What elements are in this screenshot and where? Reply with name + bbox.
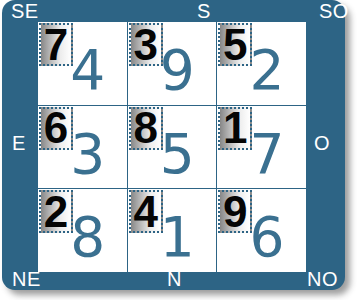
tile-r2c1[interactable]: 6	[39, 107, 73, 150]
tile-r2c2[interactable]: 8	[129, 107, 163, 150]
tile-number: 8	[133, 106, 157, 150]
tile-number: 4	[133, 190, 157, 234]
cell-number-r3c3: 6	[249, 210, 284, 265]
cell-r3c2: 4 1	[128, 189, 217, 272]
cell-number-r1c3: 2	[249, 42, 284, 97]
tile-number: 2	[44, 190, 68, 234]
cell-number-r2c2: 5	[160, 126, 195, 181]
compass-label-e: E	[12, 133, 26, 153]
tile-r1c3[interactable]: 5	[218, 23, 252, 66]
tile-number: 7	[44, 23, 68, 67]
cell-r2c2: 8 5	[128, 106, 217, 189]
cell-r2c1: 6 3	[38, 106, 127, 189]
tile-number: 3	[133, 23, 157, 67]
cell-r3c1: 2 8	[38, 189, 127, 272]
cell-number-r3c2: 1	[160, 210, 195, 265]
cell-r2c3: 1 7	[217, 106, 306, 189]
cell-number-r2c1: 3	[70, 126, 105, 181]
cell-r1c2: 3 9	[128, 22, 217, 105]
cell-r1c3: 5 2	[217, 22, 306, 105]
cell-r1c1: 7 4	[38, 22, 127, 105]
compass-label-ne: NE	[12, 269, 41, 289]
compass-label-n: N	[167, 269, 182, 289]
cell-number-r1c1: 4	[70, 42, 105, 97]
tile-r1c1[interactable]: 7	[39, 23, 73, 66]
cell-r3c3: 9 6	[217, 189, 306, 272]
tile-r3c3[interactable]: 9	[218, 190, 252, 233]
cell-number-r2c3: 7	[249, 126, 284, 181]
tile-number: 6	[44, 106, 68, 150]
tile-r3c2[interactable]: 4	[129, 190, 163, 233]
cell-number-r1c2: 9	[160, 42, 195, 97]
compass-label-s: S	[197, 1, 211, 21]
compass-label-no: NO	[307, 269, 338, 289]
tile-r2c3[interactable]: 1	[218, 107, 252, 150]
compass-label-se: SE	[11, 1, 39, 21]
puzzle-grid: 7 4 3 9 5 2 6 3 8 5 1 7	[38, 22, 306, 272]
compass-label-so: SO	[319, 1, 349, 21]
tile-r3c1[interactable]: 2	[39, 190, 73, 233]
cell-number-r3c1: 8	[70, 210, 105, 265]
tile-number: 9	[223, 190, 247, 234]
tile-number: 5	[223, 23, 247, 67]
compass-label-o: O	[314, 133, 330, 153]
tile-r1c2[interactable]: 3	[129, 23, 163, 66]
puzzle-board: SE S SO E O NE N NO 7 4 3 9 5 2 6 3	[2, 0, 345, 290]
tile-number: 1	[223, 106, 247, 150]
puzzle-screenshot: SE S SO E O NE N NO 7 4 3 9 5 2 6 3	[0, 0, 359, 300]
